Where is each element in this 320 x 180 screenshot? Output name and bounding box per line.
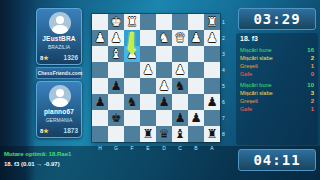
piece-black-pawn: ♟: [204, 94, 220, 110]
stat-row-white-move-quality: Greșeli1: [240, 62, 314, 70]
best-move-annotation: Mutare optimă: 18.Rae1: [4, 151, 71, 157]
rank-labels: 12345678: [222, 14, 230, 142]
square-a8[interactable]: ♜: [204, 126, 220, 142]
stat-row-black-move-quality: Gafe1: [240, 105, 314, 113]
piece-white-pawn: ♟: [108, 30, 124, 46]
site-logo[interactable]: ChessFriends.com: [36, 67, 82, 79]
square-a6[interactable]: ♟: [204, 94, 220, 110]
stat-label: Mișcări bune: [240, 47, 272, 53]
stat-row-white-move-quality: Mișcări bune16: [240, 46, 314, 54]
stat-label: Mișcări slabe: [240, 55, 273, 61]
rank-label-3: 3: [222, 46, 230, 62]
square-g5[interactable]: ♟: [108, 78, 124, 94]
piece-white-bishop: ♝: [108, 46, 124, 62]
square-a5[interactable]: [204, 78, 220, 94]
square-h5[interactable]: [92, 78, 108, 94]
square-e7[interactable]: [140, 110, 156, 126]
rank-label-1: 1: [222, 14, 230, 30]
square-a7[interactable]: [204, 110, 220, 126]
square-f6[interactable]: ♞: [124, 94, 140, 110]
piece-black-pawn: ♟: [108, 78, 124, 94]
site-logo-text: ChessFriends.com: [38, 71, 83, 76]
square-f3[interactable]: ♟: [124, 46, 140, 62]
square-g8[interactable]: [108, 126, 124, 142]
square-d2[interactable]: ♞: [156, 30, 172, 46]
square-f4[interactable]: [124, 62, 140, 78]
piece-white-pawn: ♟: [172, 62, 188, 78]
avatar: [49, 85, 71, 107]
player-rating: 1326: [64, 54, 78, 61]
stat-label: Mișcări slabe: [240, 90, 273, 96]
piece-black-bishop: ♝: [172, 126, 188, 142]
square-d3[interactable]: [156, 46, 172, 62]
square-b8[interactable]: [188, 126, 204, 142]
piece-black-rook: ♜: [204, 126, 220, 142]
player-name[interactable]: pianno67: [37, 108, 81, 115]
stat-label: Gafe: [240, 106, 252, 112]
file-labels: HGFEDCBA: [92, 145, 220, 151]
file-label-g: G: [108, 145, 124, 151]
square-a1[interactable]: ♜: [204, 14, 220, 30]
square-d4[interactable]: [156, 62, 172, 78]
file-label-d: D: [156, 145, 172, 151]
square-h7[interactable]: [92, 110, 108, 126]
rank-label-5: 5: [222, 78, 230, 94]
file-label-b: B: [188, 145, 204, 151]
piece-white-knight: ♞: [156, 30, 172, 46]
square-h1[interactable]: [92, 14, 108, 30]
player-card-bottom: pianno67 GERMANIA 8★ 1873: [36, 81, 82, 138]
stat-value: 0: [311, 71, 314, 77]
square-e6[interactable]: [140, 94, 156, 110]
move-quality-block-black: Mișcări bune10Mișcări slabe3Greșeli2Gafe…: [240, 81, 314, 113]
player-rating: 1873: [64, 127, 78, 134]
file-label-a: A: [204, 145, 220, 151]
square-b7[interactable]: ♟: [188, 110, 204, 126]
piece-black-pawn: ♟: [188, 110, 204, 126]
stat-value: 2: [311, 98, 314, 104]
square-b3[interactable]: [188, 46, 204, 62]
piece-black-knight: ♞: [124, 94, 140, 110]
stat-value: 1: [311, 63, 314, 69]
move-quality-block-white: Mișcări bune16Mișcări slabe2Greșeli1Gafe…: [240, 46, 314, 78]
rank-label-4: 4: [222, 62, 230, 78]
square-g4[interactable]: [108, 62, 124, 78]
square-d6[interactable]: ♟: [156, 94, 172, 110]
square-b1[interactable]: [188, 14, 204, 30]
avatar-head-icon: [56, 89, 64, 97]
piece-white-pawn: ♟: [92, 30, 108, 46]
square-g7[interactable]: ♚: [108, 110, 124, 126]
stat-value: 1: [311, 106, 314, 112]
square-d7[interactable]: [156, 110, 172, 126]
piece-white-rook: ♜: [204, 14, 220, 30]
piece-white-pawn: ♟: [188, 30, 204, 46]
square-g2[interactable]: ♟: [108, 30, 124, 46]
square-b4[interactable]: [188, 62, 204, 78]
avatar-body-icon: [52, 25, 68, 34]
square-h6[interactable]: ♟: [92, 94, 108, 110]
square-c5[interactable]: ♞: [172, 78, 188, 94]
square-b5[interactable]: [188, 78, 204, 94]
square-f7[interactable]: [124, 110, 140, 126]
piece-white-rook: ♜: [124, 14, 140, 30]
piece-black-pawn: ♟: [172, 110, 188, 126]
piece-black-king: ♚: [108, 110, 124, 126]
piece-white-king: ♚: [108, 14, 124, 30]
piece-black-pawn: ♟: [156, 94, 172, 110]
square-g3[interactable]: ♝: [108, 46, 124, 62]
square-f5[interactable]: [124, 78, 140, 94]
square-c1[interactable]: [172, 14, 188, 30]
rank-label-7: 7: [222, 110, 230, 126]
player-country: GERMANIA: [37, 117, 81, 123]
player-country: BRAZILIA: [37, 44, 81, 50]
square-e8[interactable]: ♜: [140, 126, 156, 142]
square-c2[interactable]: ♛: [172, 30, 188, 46]
square-d8[interactable]: ♛: [156, 126, 172, 142]
piece-black-rook: ♜: [140, 126, 156, 142]
stat-value: 16: [307, 47, 314, 53]
square-h3[interactable]: [92, 46, 108, 62]
square-f1[interactable]: ♜: [124, 14, 140, 30]
stat-row-black-move-quality: Mișcări slabe3: [240, 89, 314, 97]
stat-label: Gafe: [240, 71, 252, 77]
square-e4[interactable]: ♟: [140, 62, 156, 78]
square-e2[interactable]: [140, 30, 156, 46]
stat-value: 3: [311, 90, 314, 96]
current-move-label[interactable]: 18. f3: [240, 35, 314, 42]
stat-label: Greșeli: [240, 63, 258, 69]
player-stars: 8★: [40, 54, 49, 61]
stat-row-black-move-quality: Mișcări bune10: [240, 81, 314, 89]
square-h2[interactable]: ♟: [92, 30, 108, 46]
stat-value: 2: [311, 55, 314, 61]
chess-board: ♚♜♜♟♟♞♛♟♟♝♟♟♟♟♟♞♟♞♟♟♚♟♟♜♛♝♜: [92, 14, 220, 142]
piece-white-pawn: ♟: [124, 46, 140, 62]
avatar: [49, 12, 71, 34]
square-a2[interactable]: ♟: [204, 30, 220, 46]
piece-white-pawn: ♟: [204, 30, 220, 46]
square-c6[interactable]: [172, 94, 188, 110]
player-card-top: JEustBRA BRAZILIA 8★ 1326: [36, 8, 82, 65]
stat-value: 10: [307, 82, 314, 88]
square-a3[interactable]: [204, 46, 220, 62]
square-b2[interactable]: ♟: [188, 30, 204, 46]
square-c8[interactable]: ♝: [172, 126, 188, 142]
clock-top: 03:29: [238, 8, 316, 30]
avatar-head-icon: [56, 16, 64, 24]
rank-label-8: 8: [222, 126, 230, 142]
square-g1[interactable]: ♚: [108, 14, 124, 30]
piece-black-queen: ♛: [156, 126, 172, 142]
star-icon: ★: [43, 55, 48, 61]
clock-bottom: 04:11: [238, 149, 316, 171]
square-c3[interactable]: [172, 46, 188, 62]
square-h4[interactable]: [92, 62, 108, 78]
square-e1[interactable]: [140, 14, 156, 30]
square-f2[interactable]: [124, 30, 140, 46]
file-label-e: E: [140, 145, 156, 151]
square-e3[interactable]: [140, 46, 156, 62]
piece-black-pawn: ♟: [92, 94, 108, 110]
file-label-f: F: [124, 145, 140, 151]
stat-label: Greșeli: [240, 98, 258, 104]
square-d1[interactable]: [156, 14, 172, 30]
piece-white-pawn: ♟: [156, 78, 172, 94]
stat-row-white-move-quality: Mișcări slabe2: [240, 54, 314, 62]
player-stars: 8★: [40, 127, 49, 134]
avatar-body-icon: [52, 98, 68, 107]
square-f8[interactable]: [124, 126, 140, 142]
square-b6[interactable]: [188, 94, 204, 110]
square-d5[interactable]: ♟: [156, 78, 172, 94]
square-c4[interactable]: ♟: [172, 62, 188, 78]
square-g6[interactable]: [108, 94, 124, 110]
stat-row-black-move-quality: Greșeli2: [240, 97, 314, 105]
piece-black-knight: ♞: [172, 78, 188, 94]
rank-label-6: 6: [222, 94, 230, 110]
square-c7[interactable]: ♟: [172, 110, 188, 126]
rank-label-2: 2: [222, 30, 230, 46]
square-a4[interactable]: [204, 62, 220, 78]
star-icon: ★: [43, 128, 48, 134]
piece-white-queen: ♛: [172, 30, 188, 46]
player-name[interactable]: JEustBRA: [37, 35, 81, 42]
file-label-h: H: [92, 145, 108, 151]
chess-game-screen: JEustBRA BRAZILIA 8★ 1326 ChessFriends.c…: [0, 0, 320, 180]
played-move-annotation: 18. f3 (0.01 → -0.97): [4, 161, 60, 167]
stat-label: Mișcări bune: [240, 82, 272, 88]
square-h8[interactable]: [92, 126, 108, 142]
stat-row-white-move-quality: Gafe0: [240, 70, 314, 78]
square-e5[interactable]: [140, 78, 156, 94]
piece-white-pawn: ♟: [140, 62, 156, 78]
file-label-c: C: [172, 145, 188, 151]
